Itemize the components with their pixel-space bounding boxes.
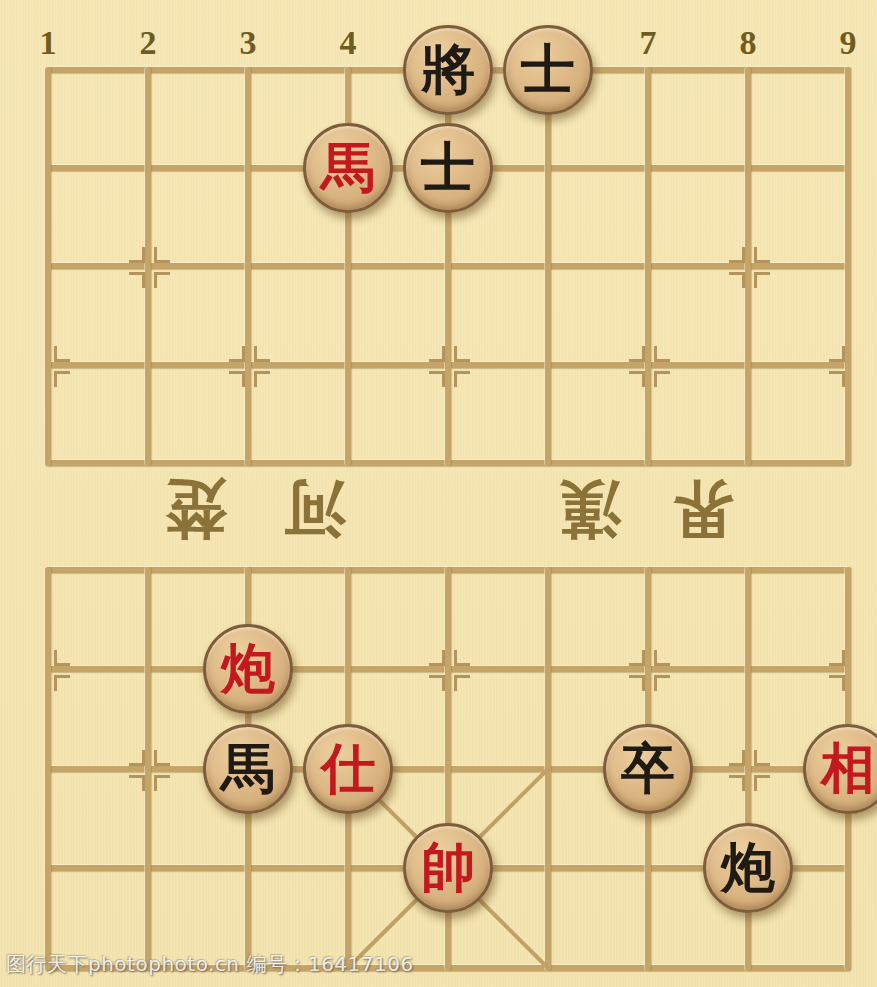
star-marker-bracket [654, 675, 670, 691]
star-marker-bracket [129, 750, 145, 766]
star-marker-bracket [454, 675, 470, 691]
star-marker-bracket [54, 346, 70, 362]
river-inscription-char: 界 [672, 467, 734, 551]
star-marker-bracket [54, 371, 70, 387]
star-marker-bracket [429, 371, 445, 387]
star-marker-bracket [829, 346, 845, 362]
piece-black[interactable]: 士 [403, 123, 493, 213]
piece-red[interactable]: 帥 [403, 823, 493, 913]
star-marker-bracket [754, 247, 770, 263]
piece-black[interactable]: 炮 [703, 823, 793, 913]
star-marker-bracket [629, 650, 645, 666]
star-marker-bracket [154, 775, 170, 791]
grid-line-vertical [245, 67, 251, 466]
star-marker-bracket [229, 346, 245, 362]
grid-line-vertical [45, 567, 51, 971]
star-marker-bracket [254, 346, 270, 362]
star-marker-bracket [54, 650, 70, 666]
file-label: 1 [28, 24, 68, 62]
star-marker-bracket [254, 371, 270, 387]
river-inscription-char: 楚 [165, 467, 227, 551]
star-marker-bracket [454, 650, 470, 666]
piece-black[interactable]: 士 [503, 25, 593, 115]
xiangqi-board-image: 123456789 楚河漢界 將士馬士炮馬仕卒相帥炮 图行天下photophot… [0, 0, 877, 987]
star-marker-bracket [129, 775, 145, 791]
star-marker-bracket [654, 346, 670, 362]
star-marker-bracket [54, 675, 70, 691]
grid-line-vertical [545, 67, 551, 466]
grid-line-vertical [745, 67, 751, 466]
piece-red[interactable]: 相 [803, 724, 877, 814]
star-marker-bracket [629, 346, 645, 362]
river-inscription-char: 河 [284, 467, 346, 551]
watermark: 图行天下photophoto.cn 编号：16417106 [6, 951, 414, 978]
file-label: 7 [628, 24, 668, 62]
star-marker-bracket [729, 775, 745, 791]
river-inscription-char: 漢 [559, 467, 621, 551]
star-marker-bracket [154, 750, 170, 766]
piece-black[interactable]: 卒 [603, 724, 693, 814]
piece-black[interactable]: 馬 [203, 724, 293, 814]
star-marker-bracket [454, 371, 470, 387]
piece-red[interactable]: 仕 [303, 724, 393, 814]
star-marker-bracket [729, 750, 745, 766]
star-marker-bracket [729, 247, 745, 263]
star-marker-bracket [654, 650, 670, 666]
star-marker-bracket [629, 675, 645, 691]
star-marker-bracket [429, 346, 445, 362]
piece-black[interactable]: 將 [403, 25, 493, 115]
star-marker-bracket [154, 247, 170, 263]
star-marker-bracket [429, 650, 445, 666]
piece-red[interactable]: 炮 [203, 624, 293, 714]
file-label: 8 [728, 24, 768, 62]
star-marker-bracket [129, 247, 145, 263]
star-marker-bracket [754, 272, 770, 288]
file-label: 4 [328, 24, 368, 62]
star-marker-bracket [229, 371, 245, 387]
star-marker-bracket [829, 371, 845, 387]
star-marker-bracket [729, 272, 745, 288]
piece-red[interactable]: 馬 [303, 123, 393, 213]
star-marker-bracket [654, 371, 670, 387]
star-marker-bracket [829, 675, 845, 691]
grid-line-vertical [545, 567, 551, 971]
grid-line-vertical [145, 567, 151, 971]
star-marker-bracket [154, 272, 170, 288]
grid-line-vertical [645, 67, 651, 466]
star-marker-bracket [754, 775, 770, 791]
star-marker-bracket [129, 272, 145, 288]
file-label: 2 [128, 24, 168, 62]
grid-line-vertical [45, 67, 51, 466]
file-label: 3 [228, 24, 268, 62]
grid-line-vertical [145, 67, 151, 466]
star-marker-bracket [629, 371, 645, 387]
star-marker-bracket [429, 675, 445, 691]
star-marker-bracket [754, 750, 770, 766]
star-marker-bracket [454, 346, 470, 362]
star-marker-bracket [829, 650, 845, 666]
grid-line-vertical [845, 67, 851, 466]
file-label: 9 [828, 24, 868, 62]
